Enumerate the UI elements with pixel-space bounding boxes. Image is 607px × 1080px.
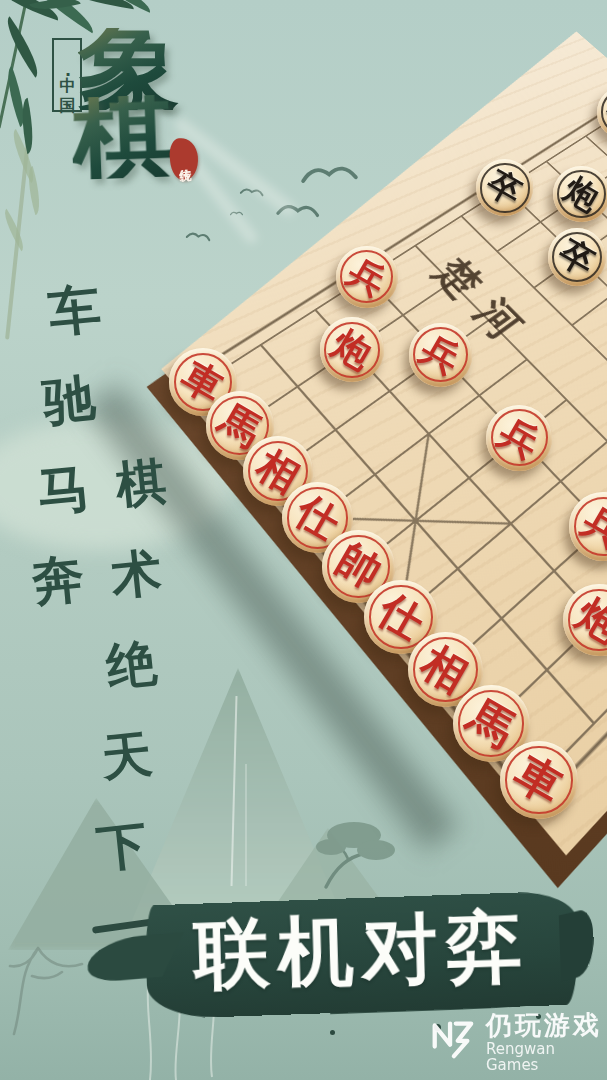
bamboo-leaf — [0, 16, 47, 77]
online-play-banner-button[interactable]: 联机对弈 — [144, 890, 580, 1019]
slogan-char: 车 — [46, 274, 104, 349]
poster-stage: 楚河 漢界 車馬相仕帥仕相馬車炮炮兵兵兵兵兵卒卒卒卒卒炮炮車馬象士將士象車車 中… — [0, 0, 607, 1080]
slogan-char: 天 — [99, 720, 156, 792]
banner-label: 联机对弈 — [193, 896, 532, 1008]
watermark-brand-en: Rengwan Games — [486, 1042, 607, 1074]
watermark-brand-zh: 仍玩游戏 — [486, 1012, 607, 1039]
waterfall-line — [245, 764, 247, 886]
watermark: 仍玩游戏 Rengwan Games — [428, 1012, 607, 1074]
piece-red-soldier: 兵 — [409, 323, 473, 387]
app-logo-title: 象 棋 — [78, 28, 180, 177]
slogan-char: 下 — [94, 811, 151, 883]
ink-splatter — [330, 1030, 335, 1035]
rengwan-logo-icon — [428, 1012, 476, 1062]
tree-silhouette — [298, 795, 398, 890]
piece-red-chariot: 車 — [500, 741, 578, 819]
seal-text: 传统 — [178, 158, 190, 159]
slogan-char: 术 — [108, 539, 165, 611]
slogan-char: 棋 — [113, 448, 170, 520]
piece-red-soldier: 兵 — [486, 405, 552, 471]
bird-icon — [299, 158, 359, 186]
piece-red-cannon: 炮 — [320, 317, 385, 382]
sketch-tree — [2, 928, 97, 1038]
logo-char-2: 棋 — [71, 94, 182, 179]
piece-red-soldier: 兵 — [336, 246, 398, 308]
slogan-char: 奔 — [29, 543, 87, 618]
bird-icon — [185, 228, 211, 242]
piece-black-cannon: 炮 — [553, 166, 607, 223]
slogan-char: 马 — [35, 454, 93, 529]
slogan-char: 驰 — [40, 364, 98, 439]
slogan-column-1: 车驰马奔 — [29, 275, 103, 638]
slogan-char: 绝 — [103, 630, 160, 702]
